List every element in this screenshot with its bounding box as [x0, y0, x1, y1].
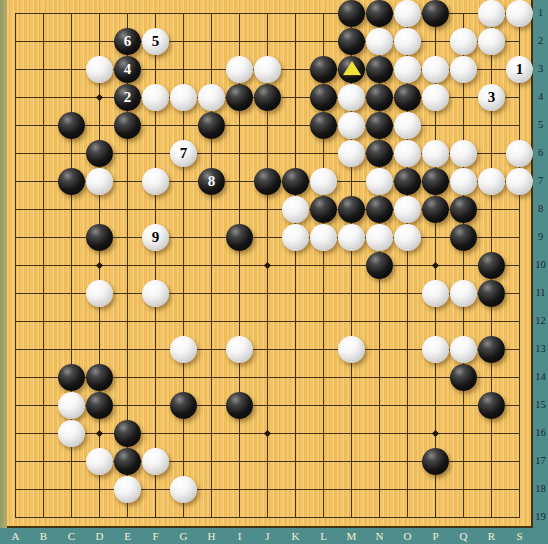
board-cell[interactable] — [2, 55, 30, 83]
board-cell[interactable] — [450, 279, 478, 307]
board-cell[interactable] — [450, 335, 478, 363]
board-cell[interactable] — [30, 111, 58, 139]
board-cell[interactable] — [114, 195, 142, 223]
board-cell[interactable] — [450, 391, 478, 419]
board-cell[interactable] — [30, 419, 58, 447]
board-cell[interactable] — [2, 447, 30, 475]
board-cell[interactable] — [478, 0, 506, 27]
board-cell[interactable] — [282, 83, 310, 111]
board-cell[interactable] — [422, 27, 450, 55]
board-cell[interactable] — [450, 139, 478, 167]
board-cell[interactable] — [282, 279, 310, 307]
board-cell[interactable] — [30, 167, 58, 195]
board-cell[interactable] — [58, 223, 86, 251]
board-cell[interactable]: 5 — [142, 27, 170, 55]
board-cell[interactable] — [114, 419, 142, 447]
board-cell[interactable] — [198, 111, 226, 139]
board-cell[interactable] — [58, 167, 86, 195]
board-cell[interactable] — [2, 363, 30, 391]
board-cell[interactable] — [254, 363, 282, 391]
board-cell[interactable] — [338, 279, 366, 307]
board-cell[interactable] — [366, 167, 394, 195]
board-cell[interactable] — [394, 223, 422, 251]
board-cell[interactable] — [366, 419, 394, 447]
board-cell[interactable] — [338, 363, 366, 391]
board-cell[interactable] — [450, 419, 478, 447]
board-cell[interactable] — [506, 223, 534, 251]
board-cell[interactable] — [58, 55, 86, 83]
board-cell[interactable] — [310, 475, 338, 503]
board-cell[interactable] — [282, 419, 310, 447]
board-cell[interactable] — [198, 363, 226, 391]
board-cell[interactable] — [226, 391, 254, 419]
board-cell[interactable] — [142, 363, 170, 391]
board-cell[interactable] — [422, 167, 450, 195]
board-cell[interactable] — [338, 251, 366, 279]
board-cell[interactable] — [198, 447, 226, 475]
board-cell[interactable] — [226, 419, 254, 447]
board-cell[interactable] — [86, 195, 114, 223]
board-cell[interactable] — [506, 139, 534, 167]
board-cell[interactable] — [506, 195, 534, 223]
board-cell[interactable] — [478, 55, 506, 83]
board-cell[interactable] — [366, 251, 394, 279]
board-cell[interactable] — [142, 419, 170, 447]
board-cell[interactable] — [198, 279, 226, 307]
board-cell[interactable] — [310, 55, 338, 83]
board-cell[interactable] — [86, 83, 114, 111]
board-cell[interactable] — [450, 223, 478, 251]
board-cell[interactable] — [366, 0, 394, 27]
board-cell[interactable] — [2, 307, 30, 335]
board-cell[interactable] — [58, 419, 86, 447]
board-cell[interactable] — [282, 307, 310, 335]
board-cell[interactable] — [310, 307, 338, 335]
board-cell[interactable] — [226, 55, 254, 83]
board-cell[interactable] — [310, 419, 338, 447]
board-cell[interactable] — [58, 391, 86, 419]
board-cell[interactable] — [338, 139, 366, 167]
board-cell[interactable] — [422, 475, 450, 503]
board-cell[interactable]: 6 — [114, 27, 142, 55]
board-cell[interactable] — [114, 0, 142, 27]
board-cell[interactable] — [86, 307, 114, 335]
board-cell[interactable] — [394, 363, 422, 391]
board-cell[interactable] — [366, 195, 394, 223]
board-cell[interactable] — [30, 223, 58, 251]
board-cell[interactable] — [310, 27, 338, 55]
board-cell[interactable] — [86, 223, 114, 251]
board-cell[interactable] — [338, 391, 366, 419]
board-cell[interactable] — [422, 55, 450, 83]
board-cell[interactable] — [142, 475, 170, 503]
board-cell[interactable] — [310, 363, 338, 391]
board-cell[interactable] — [86, 419, 114, 447]
board-cell[interactable] — [114, 363, 142, 391]
board-cell[interactable] — [170, 307, 198, 335]
board-cell[interactable] — [450, 167, 478, 195]
board-cell[interactable] — [170, 55, 198, 83]
board-cell[interactable] — [422, 335, 450, 363]
board-cell[interactable] — [506, 27, 534, 55]
board-cell[interactable] — [170, 447, 198, 475]
board-cell[interactable] — [170, 27, 198, 55]
board-cell[interactable] — [422, 195, 450, 223]
board-cell[interactable] — [394, 139, 422, 167]
board-cell[interactable] — [170, 195, 198, 223]
board-cell[interactable] — [366, 27, 394, 55]
board-cell[interactable] — [422, 419, 450, 447]
board-cell[interactable] — [30, 363, 58, 391]
board-cell[interactable] — [478, 167, 506, 195]
board-cell[interactable] — [254, 139, 282, 167]
board-cell[interactable] — [282, 0, 310, 27]
board-cell[interactable] — [58, 363, 86, 391]
board-cell[interactable] — [310, 139, 338, 167]
board-cell[interactable] — [506, 363, 534, 391]
board-cell[interactable] — [114, 307, 142, 335]
board-cell[interactable] — [254, 195, 282, 223]
board-cell[interactable] — [86, 335, 114, 363]
board-cell[interactable] — [198, 391, 226, 419]
board-cell[interactable] — [142, 195, 170, 223]
board-cell[interactable] — [30, 279, 58, 307]
board-cell[interactable] — [30, 27, 58, 55]
board-cell[interactable] — [2, 111, 30, 139]
board-cell[interactable] — [226, 139, 254, 167]
board-cell[interactable] — [338, 27, 366, 55]
board-cell[interactable] — [2, 0, 30, 27]
board-cell[interactable] — [58, 307, 86, 335]
board-cell[interactable] — [2, 279, 30, 307]
board-cell[interactable] — [86, 279, 114, 307]
board-cell[interactable] — [394, 251, 422, 279]
board-cell[interactable]: 7 — [170, 139, 198, 167]
board-cell[interactable] — [170, 223, 198, 251]
board-cell[interactable] — [282, 447, 310, 475]
board-cell[interactable] — [450, 251, 478, 279]
board-cell[interactable] — [450, 83, 478, 111]
board-cell[interactable] — [478, 307, 506, 335]
board-cell[interactable] — [254, 447, 282, 475]
board-cell[interactable] — [114, 475, 142, 503]
board-cell[interactable] — [422, 83, 450, 111]
board-cell[interactable] — [226, 335, 254, 363]
board-cell[interactable] — [450, 307, 478, 335]
board-cell[interactable] — [114, 335, 142, 363]
board-cell[interactable] — [366, 139, 394, 167]
board-cell[interactable] — [86, 391, 114, 419]
board-cell[interactable] — [422, 363, 450, 391]
board-cell[interactable] — [422, 391, 450, 419]
board-cell[interactable] — [506, 307, 534, 335]
board-cell[interactable] — [338, 0, 366, 27]
board-cell[interactable] — [30, 83, 58, 111]
board-cell[interactable] — [2, 419, 30, 447]
board-cell[interactable] — [142, 335, 170, 363]
board-cell[interactable] — [170, 279, 198, 307]
board-cell[interactable] — [58, 335, 86, 363]
board-cell[interactable] — [282, 167, 310, 195]
board-cell[interactable] — [198, 0, 226, 27]
board-cell[interactable] — [338, 167, 366, 195]
board-cell[interactable] — [450, 27, 478, 55]
board-cell[interactable] — [30, 391, 58, 419]
board-cell[interactable] — [2, 195, 30, 223]
board-cell[interactable] — [366, 279, 394, 307]
board-cell[interactable] — [114, 139, 142, 167]
board-cell[interactable] — [30, 447, 58, 475]
board-cell[interactable] — [86, 139, 114, 167]
board-cell[interactable] — [114, 251, 142, 279]
board-cell[interactable] — [450, 0, 478, 27]
board-cell[interactable] — [506, 447, 534, 475]
board-cell[interactable] — [198, 27, 226, 55]
board-cell[interactable] — [450, 55, 478, 83]
board-cell[interactable] — [282, 27, 310, 55]
board-cell[interactable] — [310, 335, 338, 363]
board-cell[interactable] — [338, 419, 366, 447]
board-cell[interactable] — [282, 139, 310, 167]
board-cell[interactable] — [478, 27, 506, 55]
board-cell[interactable] — [198, 419, 226, 447]
board-cell[interactable] — [366, 111, 394, 139]
board-cell[interactable] — [338, 111, 366, 139]
board-cell[interactable] — [506, 0, 534, 27]
board-cell[interactable] — [254, 27, 282, 55]
board-cell[interactable] — [282, 55, 310, 83]
board-cell[interactable] — [58, 279, 86, 307]
board-cell[interactable] — [86, 0, 114, 27]
board-cell[interactable] — [170, 167, 198, 195]
board-cell[interactable]: 3 — [478, 83, 506, 111]
board-cell[interactable]: 9 — [142, 223, 170, 251]
board-cell[interactable] — [142, 0, 170, 27]
board-cell[interactable]: 1 — [506, 55, 534, 83]
board-cell[interactable] — [422, 0, 450, 27]
board-cell[interactable] — [310, 167, 338, 195]
board-cell[interactable] — [506, 251, 534, 279]
board-cell[interactable] — [114, 279, 142, 307]
board-cell[interactable] — [394, 27, 422, 55]
board-cell[interactable] — [58, 0, 86, 27]
board-cell[interactable] — [366, 475, 394, 503]
board-cell[interactable] — [310, 391, 338, 419]
board-cell[interactable] — [506, 391, 534, 419]
board-cell[interactable] — [394, 167, 422, 195]
board-cell[interactable] — [282, 391, 310, 419]
board-cell[interactable] — [478, 447, 506, 475]
board-cell[interactable] — [114, 167, 142, 195]
board-cell[interactable] — [254, 335, 282, 363]
board-cell[interactable] — [310, 0, 338, 27]
board-cell[interactable] — [170, 335, 198, 363]
board-cell[interactable] — [254, 0, 282, 27]
board-cell[interactable] — [198, 251, 226, 279]
board-cell[interactable] — [2, 83, 30, 111]
board-cell[interactable] — [478, 223, 506, 251]
board-cell[interactable] — [422, 111, 450, 139]
board-cell[interactable] — [198, 139, 226, 167]
board-cell[interactable] — [394, 0, 422, 27]
board-cell[interactable] — [254, 251, 282, 279]
board-cell[interactable]: 4 — [114, 55, 142, 83]
board-cell[interactable] — [506, 279, 534, 307]
board-cell[interactable] — [338, 335, 366, 363]
board-cell[interactable] — [226, 111, 254, 139]
board-cell[interactable] — [310, 111, 338, 139]
board-cell[interactable] — [506, 167, 534, 195]
board-cell[interactable] — [366, 307, 394, 335]
board-cell[interactable] — [254, 55, 282, 83]
board-cell[interactable] — [254, 279, 282, 307]
board-cell[interactable] — [394, 111, 422, 139]
board-cell[interactable] — [422, 279, 450, 307]
board-cell[interactable] — [422, 307, 450, 335]
board-cell[interactable] — [450, 447, 478, 475]
board-cell[interactable] — [338, 195, 366, 223]
board-cell[interactable] — [254, 307, 282, 335]
board-cell[interactable] — [282, 251, 310, 279]
board-cell[interactable] — [142, 447, 170, 475]
board-cell[interactable] — [30, 195, 58, 223]
board-cell[interactable] — [506, 419, 534, 447]
board-cell[interactable] — [170, 419, 198, 447]
board-cell[interactable] — [114, 111, 142, 139]
board-cell[interactable] — [450, 475, 478, 503]
board-cell[interactable] — [58, 447, 86, 475]
board-cell[interactable] — [86, 27, 114, 55]
board-cell[interactable] — [30, 335, 58, 363]
board-cell[interactable] — [226, 167, 254, 195]
board-cell[interactable] — [2, 27, 30, 55]
board-cell[interactable] — [2, 167, 30, 195]
board-cell[interactable] — [478, 251, 506, 279]
board-cell[interactable] — [478, 111, 506, 139]
board-cell[interactable] — [254, 167, 282, 195]
board-cell[interactable] — [58, 251, 86, 279]
board-cell[interactable] — [114, 447, 142, 475]
board-cell[interactable] — [478, 419, 506, 447]
board-cell[interactable] — [86, 251, 114, 279]
board-cell[interactable]: 8 — [198, 167, 226, 195]
board-cell[interactable] — [254, 111, 282, 139]
board-cell[interactable] — [254, 475, 282, 503]
board-cell[interactable] — [478, 279, 506, 307]
board-cell[interactable] — [478, 139, 506, 167]
board-cell[interactable] — [170, 475, 198, 503]
board-cell[interactable] — [478, 391, 506, 419]
board-cell[interactable] — [450, 195, 478, 223]
board-cell[interactable] — [254, 223, 282, 251]
board-cell[interactable] — [254, 419, 282, 447]
board-cell[interactable] — [506, 475, 534, 503]
board-cell[interactable] — [506, 83, 534, 111]
board-cell[interactable] — [198, 195, 226, 223]
board-cell[interactable] — [142, 139, 170, 167]
board-cell[interactable] — [58, 139, 86, 167]
board-cell[interactable] — [366, 447, 394, 475]
board-cell[interactable] — [254, 83, 282, 111]
board-cell[interactable] — [338, 83, 366, 111]
board-cell[interactable] — [142, 111, 170, 139]
board-cell[interactable] — [86, 475, 114, 503]
board-cell[interactable] — [394, 83, 422, 111]
board-cell[interactable] — [226, 195, 254, 223]
board-cell[interactable] — [366, 335, 394, 363]
board-cell[interactable] — [30, 307, 58, 335]
board-cell[interactable] — [366, 223, 394, 251]
board-cell[interactable] — [282, 363, 310, 391]
board-cell[interactable] — [282, 111, 310, 139]
board-cell[interactable] — [310, 447, 338, 475]
board-cell[interactable] — [338, 223, 366, 251]
board-cell[interactable] — [198, 55, 226, 83]
board-cell[interactable] — [86, 55, 114, 83]
board-cell[interactable] — [226, 251, 254, 279]
board-cell[interactable] — [478, 475, 506, 503]
board-cell[interactable] — [142, 391, 170, 419]
board-cell[interactable] — [30, 139, 58, 167]
board-cell[interactable] — [170, 111, 198, 139]
board-cell[interactable] — [142, 251, 170, 279]
board-cell[interactable] — [282, 335, 310, 363]
board-cell[interactable] — [2, 475, 30, 503]
board-cell[interactable] — [226, 475, 254, 503]
board-cell[interactable] — [142, 55, 170, 83]
board-cell[interactable] — [58, 195, 86, 223]
board-cell[interactable] — [142, 307, 170, 335]
board-cell[interactable] — [338, 475, 366, 503]
board-cell[interactable] — [310, 195, 338, 223]
board-cell[interactable] — [450, 363, 478, 391]
board-cell[interactable] — [226, 279, 254, 307]
board-cell[interactable] — [394, 447, 422, 475]
board-cell[interactable] — [394, 195, 422, 223]
board-cell[interactable] — [30, 0, 58, 27]
board-cell[interactable] — [226, 363, 254, 391]
board-cell[interactable] — [2, 139, 30, 167]
board-cell[interactable] — [394, 55, 422, 83]
board-cell[interactable] — [478, 363, 506, 391]
board-cell[interactable] — [394, 279, 422, 307]
board-cell[interactable] — [58, 83, 86, 111]
board-cell[interactable] — [282, 195, 310, 223]
board-cell[interactable] — [254, 391, 282, 419]
board-cell[interactable] — [86, 447, 114, 475]
board-cell[interactable] — [198, 335, 226, 363]
board-cell[interactable] — [2, 251, 30, 279]
board-cell[interactable] — [226, 447, 254, 475]
board-cell[interactable] — [422, 139, 450, 167]
board-cell[interactable] — [422, 447, 450, 475]
board-cell[interactable] — [226, 83, 254, 111]
board-cell[interactable] — [86, 167, 114, 195]
board-cell[interactable] — [170, 0, 198, 27]
board-cell[interactable] — [506, 111, 534, 139]
board-cell[interactable] — [58, 27, 86, 55]
board-cell[interactable] — [58, 111, 86, 139]
board-cell[interactable] — [30, 55, 58, 83]
board-cell[interactable] — [338, 307, 366, 335]
board-cell[interactable] — [226, 223, 254, 251]
board-cell[interactable] — [86, 111, 114, 139]
board-cell[interactable] — [338, 447, 366, 475]
board-cell[interactable] — [142, 83, 170, 111]
board-cell[interactable] — [310, 83, 338, 111]
board-cell[interactable] — [170, 83, 198, 111]
board-cell[interactable] — [422, 251, 450, 279]
